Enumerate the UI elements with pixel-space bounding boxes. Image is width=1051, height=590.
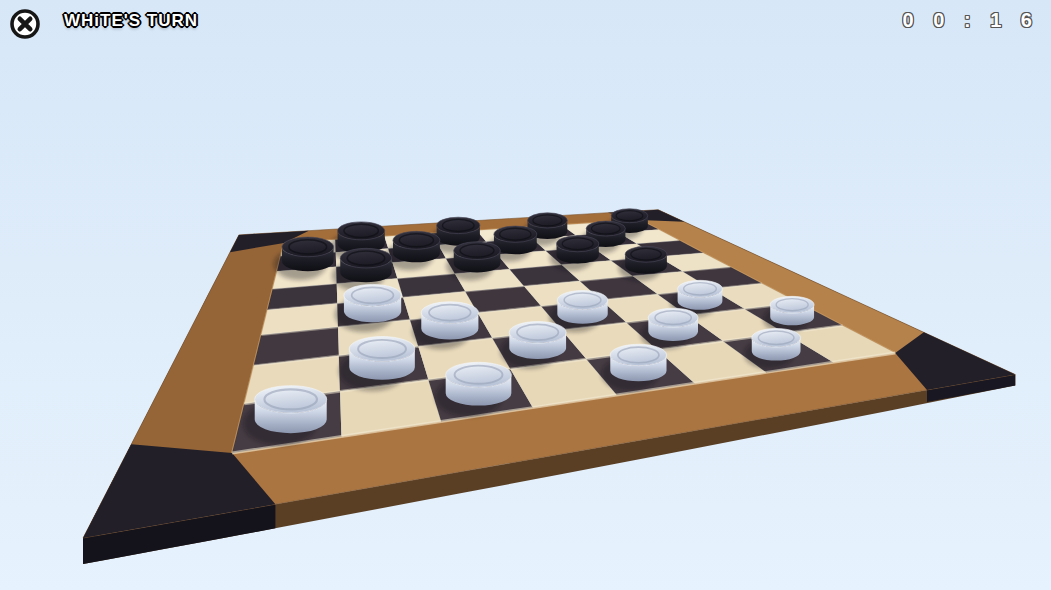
board-3d[interactable] xyxy=(0,0,1051,590)
close-button[interactable] xyxy=(8,7,42,41)
game-screen: WHiTE'S TURN 0 0 : 1 6 xyxy=(0,0,1051,590)
close-icon xyxy=(8,7,42,41)
turn-indicator: WHiTE'S TURN xyxy=(64,11,198,31)
game-timer: 0 0 : 1 6 xyxy=(903,9,1039,32)
